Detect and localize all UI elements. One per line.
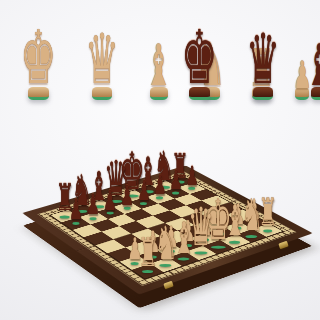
piece-black-pawn-a7: ♟ xyxy=(63,196,88,225)
rook-glyph: ♜ xyxy=(138,232,158,272)
pawn-glyph: ♟ xyxy=(86,191,100,219)
piece-white-rook-a1: ♜ xyxy=(130,232,166,273)
product-photo: ♚♛♝♞♜♟ ♚♛♝♞♜♟ ♜♞♝♛♚♝♞♜♟♟♟♟♟♟♟♟♟♟♟♟♟♟♟♟♜♞… xyxy=(0,0,320,320)
chessboard-scene: ♜♞♝♛♚♝♞♜♟♟♟♟♟♟♟♟♟♟♟♟♟♟♟♟♜♞♝♛♚♝♞♜ xyxy=(0,0,320,320)
pawn-glyph: ♟ xyxy=(69,196,83,224)
